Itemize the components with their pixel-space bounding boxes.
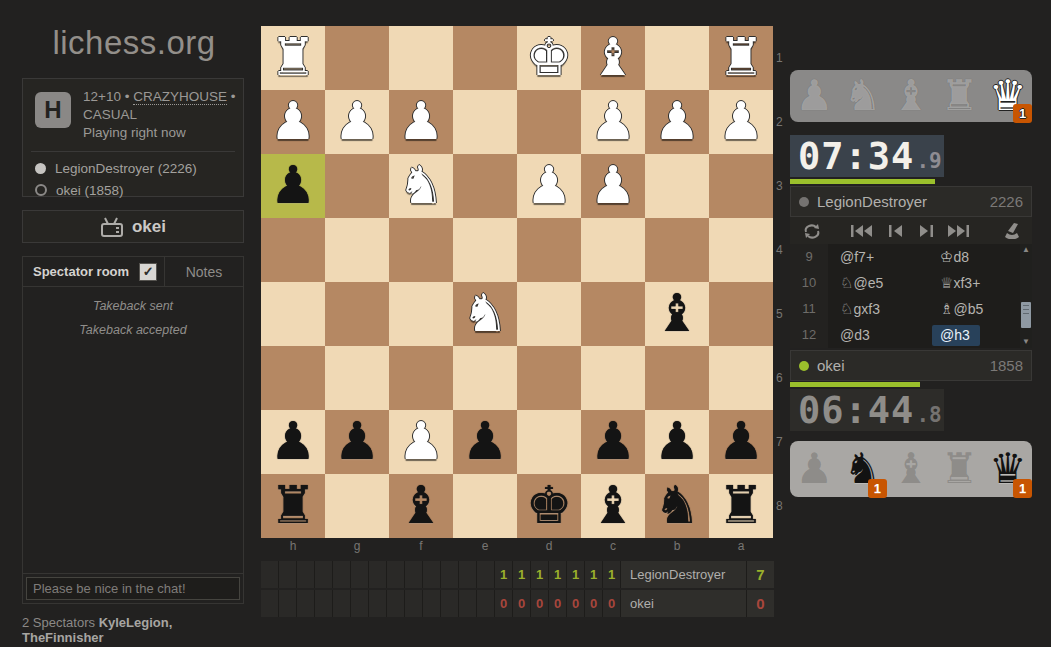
black-pocket-pawn: ♟: [790, 441, 838, 497]
streak-cell: [441, 590, 459, 617]
streak-cell: [297, 590, 315, 617]
square-h2[interactable]: ♟: [261, 90, 325, 154]
black-player-online-dot: [799, 361, 809, 371]
square-f7[interactable]: ♟: [389, 410, 453, 474]
streak-cell: [351, 590, 369, 617]
black-pocket-queen[interactable]: ♛1: [984, 441, 1032, 497]
move-number: 9: [790, 244, 828, 270]
streak-player-name[interactable]: LegionDestroyer: [621, 561, 746, 588]
streak-cell: 1: [513, 561, 531, 588]
streak-row-black: 0000000okei0: [261, 590, 774, 617]
square-d1[interactable]: ♚: [517, 26, 581, 90]
chat-tabs: Spectator room ✓ Notes: [23, 257, 243, 287]
square-g8[interactable]: [325, 474, 389, 538]
move-list[interactable]: 9@f7+♔d810♘@e5♕xf3+11♘gxf3♗@b512@d3@h3▲▼: [790, 244, 1032, 348]
black-move-10[interactable]: ♕xf3+: [928, 274, 1020, 292]
file-label-c: c: [581, 539, 645, 553]
streak-cell: 1: [603, 561, 621, 588]
streak-cell: [423, 590, 441, 617]
white-bishop-c1[interactable]: ♝: [581, 26, 645, 90]
white-pocket-bishop: ♝: [887, 70, 935, 122]
previous-move-icon[interactable]: [885, 217, 905, 244]
black-pawn-b7[interactable]: ♟: [645, 410, 709, 474]
tv-channel-name: okei: [132, 217, 166, 237]
move-navigation-toolbar: [790, 217, 1032, 244]
streak-cell: 0: [567, 590, 585, 617]
scroll-up-icon[interactable]: ▲: [1020, 244, 1032, 256]
square-g4[interactable]: [325, 218, 389, 282]
white-knight-f3[interactable]: ♞: [389, 154, 453, 218]
square-h4[interactable]: [261, 218, 325, 282]
black-knight-b8[interactable]: ♞: [645, 474, 709, 538]
file-label-a: a: [709, 539, 773, 553]
black-pocket-knight[interactable]: ♞1: [838, 441, 886, 497]
square-e7[interactable]: ♟: [453, 410, 517, 474]
game-status: Playing right now: [83, 124, 241, 142]
white-rook-a1[interactable]: ♜: [709, 26, 773, 90]
file-label-d: d: [517, 539, 581, 553]
move-number: 12: [790, 322, 828, 348]
square-f2[interactable]: ♟: [389, 90, 453, 154]
square-e2[interactable]: [453, 90, 517, 154]
streak-cell: [387, 590, 405, 617]
square-c3[interactable]: ♟: [581, 154, 645, 218]
square-h6[interactable]: [261, 346, 325, 410]
info-player-black[interactable]: okei (1858): [35, 179, 235, 201]
move-row-10: 10♘@e5♕xf3+: [790, 270, 1032, 296]
streak-cell: 1: [567, 561, 585, 588]
clock-colon: :: [845, 135, 868, 178]
streak-cell: [351, 561, 369, 588]
white-move-11[interactable]: ♘gxf3: [828, 300, 928, 318]
player-label: okei (1858): [56, 183, 124, 198]
black-bishop-b5[interactable]: ♝: [645, 282, 709, 346]
square-d8[interactable]: ♚: [517, 474, 581, 538]
square-a3[interactable]: [709, 154, 773, 218]
spectators-line: 2 Spectators KyleLegion, TheFinnisher: [22, 615, 252, 645]
figurine-icon: ♕: [940, 274, 953, 292]
first-move-icon[interactable]: [848, 217, 874, 244]
pocket-count-badge: 1: [1013, 479, 1032, 498]
black-player-row[interactable]: okei 1858: [790, 350, 1032, 381]
spectator-room-label: Spectator room: [33, 264, 129, 279]
square-b3[interactable]: [645, 154, 709, 218]
white-pawn-g2[interactable]: ♟: [325, 90, 389, 154]
file-label-g: g: [325, 539, 389, 553]
white-pawn-a2[interactable]: ♟: [709, 90, 773, 154]
square-h5[interactable]: [261, 282, 325, 346]
streak-cell: 0: [495, 590, 513, 617]
file-label-f: f: [389, 539, 453, 553]
streak-cell: [423, 561, 441, 588]
square-d7[interactable]: [517, 410, 581, 474]
lichess-logo[interactable]: lichess.org: [22, 24, 246, 62]
square-c4[interactable]: [581, 218, 645, 282]
file-label-b: b: [645, 539, 709, 553]
streak-cell: [405, 561, 423, 588]
white-pawn-c2[interactable]: ♟: [581, 90, 645, 154]
square-d4[interactable]: [517, 218, 581, 282]
streak-cell: 0: [531, 590, 549, 617]
streak-cell: 1: [549, 561, 567, 588]
streak-cell: [279, 590, 297, 617]
move-list-scrollbar[interactable]: ▲▼: [1020, 244, 1032, 348]
white-pawn-h2[interactable]: ♟: [261, 90, 325, 154]
square-b8[interactable]: ♞: [645, 474, 709, 538]
white-player-rating: 2226: [990, 193, 1023, 210]
square-f1[interactable]: [389, 26, 453, 90]
square-b5[interactable]: ♝: [645, 282, 709, 346]
file-label-h: h: [261, 539, 325, 553]
streak-cell: 0: [549, 590, 567, 617]
black-clock: 06 : 44 .8: [790, 389, 944, 431]
square-g6[interactable]: [325, 346, 389, 410]
scroll-down-icon[interactable]: ▼: [1020, 336, 1032, 348]
black-clock-minutes: 06: [798, 389, 845, 432]
square-g5[interactable]: [325, 282, 389, 346]
square-g2[interactable]: ♟: [325, 90, 389, 154]
pocket-count-badge: 1: [868, 479, 887, 498]
white-time-bar: [790, 179, 935, 184]
white-color-icon: [35, 163, 46, 174]
streak-cell: [333, 561, 351, 588]
streak-cell: [261, 561, 279, 588]
square-f3[interactable]: ♞: [389, 154, 453, 218]
square-e8[interactable]: [453, 474, 517, 538]
streak-cell: [387, 561, 405, 588]
pocket-count-badge: 1: [1013, 104, 1032, 123]
move-number: 10: [790, 270, 828, 296]
black-bishop-f8[interactable]: ♝: [389, 474, 453, 538]
spectators-count: 2 Spectators: [22, 615, 95, 630]
black-pawn-c7[interactable]: ♟: [581, 410, 645, 474]
white-move-10[interactable]: ♘@e5: [828, 274, 928, 292]
white-pocket-pawn: ♟: [790, 70, 838, 122]
square-c1[interactable]: ♝: [581, 26, 645, 90]
white-clock-seconds: 34: [868, 135, 915, 178]
game-mode: CASUAL: [83, 107, 137, 122]
lichess-tv-page: lichess.org H 12+10 • CRAZYHOUSE • CASUA…: [0, 0, 1051, 647]
streak-cell: [369, 590, 387, 617]
black-pawn-e7[interactable]: ♟: [453, 410, 517, 474]
flip-board-icon[interactable]: [800, 217, 824, 244]
white-clock: 07 : 34 .9: [790, 135, 944, 177]
square-b1[interactable]: [645, 26, 709, 90]
square-a2[interactable]: ♟: [709, 90, 773, 154]
square-c6[interactable]: [581, 346, 645, 410]
streak-cell: [315, 561, 333, 588]
white-pocket-rook: ♜: [935, 70, 983, 122]
white-pawn-b2[interactable]: ♟: [645, 90, 709, 154]
figurine-icon: ♗: [940, 300, 953, 318]
square-g1[interactable]: [325, 26, 389, 90]
streak-cells: 1111111: [261, 561, 621, 588]
game-info-text: 12+10 • CRAZYHOUSE • CASUAL Playing righ…: [83, 88, 241, 142]
game-info-box: H 12+10 • CRAZYHOUSE • CASUAL Playing ri…: [22, 78, 244, 197]
system-chat-message: Takeback accepted: [23, 323, 243, 347]
clock-colon: :: [845, 389, 868, 432]
time-control: 12+10: [83, 89, 121, 104]
white-pawn-f7[interactable]: ♟: [389, 410, 453, 474]
streak-cell: [459, 590, 477, 617]
file-label-e: e: [453, 539, 517, 553]
tab-notes[interactable]: Notes: [164, 257, 243, 286]
white-player-name[interactable]: LegionDestroyer: [817, 193, 982, 210]
white-rook-h1[interactable]: ♜: [261, 26, 325, 90]
streak-cell: [369, 561, 387, 588]
square-d2[interactable]: [517, 90, 581, 154]
white-knight-e5[interactable]: ♞: [453, 282, 517, 346]
square-h8[interactable]: ♜: [261, 474, 325, 538]
square-d5[interactable]: [517, 282, 581, 346]
file-coordinates: hgfedcba: [261, 539, 773, 553]
white-clock-minutes: 07: [798, 135, 845, 178]
streak-total: 0: [746, 590, 774, 617]
scrollbar-thumb[interactable]: [1021, 302, 1031, 328]
streak-cell: [441, 561, 459, 588]
white-player-status-dot: [799, 197, 809, 207]
white-move-12[interactable]: @d3: [828, 327, 928, 343]
black-clock-tenths: .8: [916, 403, 941, 431]
black-move-11[interactable]: ♗@b5: [928, 300, 1020, 318]
square-e3[interactable]: [453, 154, 517, 218]
square-a5[interactable]: [709, 282, 773, 346]
square-c7[interactable]: ♟: [581, 410, 645, 474]
black-pawn-g7[interactable]: ♟: [325, 410, 389, 474]
chat-messages: Takeback sentTakeback accepted: [23, 287, 243, 347]
chess-board[interactable]: ♜♚♝♜♟♟♟♟♟♟♟♞♟♟♞♝♟♟♟♟♟♟♟♜♝♚♝♞♜: [261, 26, 773, 538]
black-player-rating: 1858: [990, 357, 1023, 374]
system-chat-message: Takeback sent: [23, 299, 243, 323]
move-row-12: 12@d3@h3: [790, 322, 1032, 348]
square-g7[interactable]: ♟: [325, 410, 389, 474]
analysis-board-icon[interactable]: [1000, 217, 1024, 244]
figurine-icon: ♘: [840, 300, 853, 318]
black-clock-seconds: 44: [868, 389, 915, 432]
black-move-9[interactable]: ♔d8: [928, 248, 1020, 266]
square-h1[interactable]: ♜: [261, 26, 325, 90]
square-e6[interactable]: [453, 346, 517, 410]
move-number: 11: [790, 296, 828, 322]
white-pocket-knight: ♞: [838, 70, 886, 122]
square-a4[interactable]: [709, 218, 773, 282]
streak-cell: 0: [603, 590, 621, 617]
crazyhouse-icon: H: [35, 92, 71, 128]
streak-cells: 0000000: [261, 590, 621, 617]
black-bishop-c8[interactable]: ♝: [581, 474, 645, 538]
square-e4[interactable]: [453, 218, 517, 282]
square-h7[interactable]: ♟: [261, 410, 325, 474]
tv-icon: [100, 217, 124, 237]
square-a1[interactable]: ♜: [709, 26, 773, 90]
square-a8[interactable]: ♜: [709, 474, 773, 538]
streak-player-name[interactable]: okei: [621, 590, 746, 617]
square-c8[interactable]: ♝: [581, 474, 645, 538]
streak-cell: [261, 590, 279, 617]
white-pawn-d3[interactable]: ♟: [517, 154, 581, 218]
bullet-separator: •: [125, 89, 130, 104]
streak-cell: [405, 590, 423, 617]
white-clock-tenths: .9: [916, 149, 941, 177]
black-rook-a8[interactable]: ♜: [709, 474, 773, 538]
variant-link[interactable]: CRAZYHOUSE: [133, 89, 227, 105]
square-e5[interactable]: ♞: [453, 282, 517, 346]
square-b7[interactable]: ♟: [645, 410, 709, 474]
chat-box: Spectator room ✓ Notes Takeback sentTake…: [22, 256, 244, 604]
streak-total: 7: [746, 561, 774, 588]
square-b4[interactable]: [645, 218, 709, 282]
streak-cell: 1: [585, 561, 603, 588]
black-rook-h8[interactable]: ♜: [261, 474, 325, 538]
black-pocket-rook: ♜: [935, 441, 983, 497]
streak-cell: [297, 561, 315, 588]
square-f5[interactable]: [389, 282, 453, 346]
streak-cell: 1: [495, 561, 513, 588]
white-pawn-c3[interactable]: ♟: [581, 154, 645, 218]
black-player-name[interactable]: okei: [817, 357, 982, 374]
last-move-icon[interactable]: [945, 217, 971, 244]
square-g3[interactable]: [325, 154, 389, 218]
bullet-separator: •: [231, 89, 236, 104]
white-player-row[interactable]: LegionDestroyer 2226: [790, 186, 1032, 217]
black-pawn-h3[interactable]: ♟: [261, 154, 325, 218]
square-b2[interactable]: ♟: [645, 90, 709, 154]
chat-toggle-checkbox[interactable]: ✓: [139, 263, 157, 281]
chat-input-area: [23, 573, 243, 603]
square-a7[interactable]: ♟: [709, 410, 773, 474]
white-move-9[interactable]: @f7+: [828, 249, 928, 265]
white-king-d1[interactable]: ♚: [517, 26, 581, 90]
black-pocket-tray[interactable]: ♟♞1♝♜♛1: [790, 441, 1032, 497]
streak-cell: [279, 561, 297, 588]
streak-cell: [477, 561, 495, 588]
black-pawn-h7[interactable]: ♟: [261, 410, 325, 474]
next-move-icon[interactable]: [916, 217, 936, 244]
square-a6[interactable]: [709, 346, 773, 410]
streak-cell: [333, 590, 351, 617]
streak-cell: 0: [513, 590, 531, 617]
player-label: LegionDestroyer (2226): [55, 161, 197, 176]
streak-cell: [477, 590, 495, 617]
white-pawn-f2[interactable]: ♟: [389, 90, 453, 154]
black-time-bar: [790, 382, 920, 387]
square-h3[interactable]: ♟: [261, 154, 325, 218]
streak-cell: 1: [531, 561, 549, 588]
move-row-11: 11♘gxf3♗@b5: [790, 296, 1032, 322]
white-pocket-queen[interactable]: ♛1: [984, 70, 1032, 122]
square-c2[interactable]: ♟: [581, 90, 645, 154]
streak-cell: [315, 590, 333, 617]
info-players: LegionDestroyer (2226)okei (1858): [35, 157, 235, 201]
divider: [31, 151, 235, 152]
square-f6[interactable]: [389, 346, 453, 410]
black-pocket-bishop: ♝: [887, 441, 935, 497]
square-d6[interactable]: [517, 346, 581, 410]
tab-spectator-room[interactable]: Spectator room ✓: [23, 257, 164, 286]
figurine-icon: ♔: [940, 248, 953, 266]
black-pawn-a7[interactable]: ♟: [709, 410, 773, 474]
streak-cell: [459, 561, 477, 588]
square-f8[interactable]: ♝: [389, 474, 453, 538]
square-d3[interactable]: ♟: [517, 154, 581, 218]
tv-channel-button[interactable]: okei: [22, 210, 244, 243]
streak-cell: 0: [585, 590, 603, 617]
square-b6[interactable]: [645, 346, 709, 410]
square-c5[interactable]: [581, 282, 645, 346]
white-pocket-tray[interactable]: ♟♞♝♜♛1: [790, 70, 1032, 122]
chat-input[interactable]: [26, 577, 240, 600]
streak-row-white: 1111111LegionDestroyer7: [261, 561, 774, 588]
square-f4[interactable]: [389, 218, 453, 282]
black-king-d8[interactable]: ♚: [517, 474, 581, 538]
move-row-9: 9@f7+♔d8: [790, 244, 1032, 270]
figurine-icon: ♘: [840, 274, 853, 292]
info-player-white[interactable]: LegionDestroyer (2226): [35, 157, 235, 179]
black-move-12[interactable]: @h3: [928, 325, 1020, 346]
square-e1[interactable]: [453, 26, 517, 90]
black-color-icon: [35, 184, 47, 196]
